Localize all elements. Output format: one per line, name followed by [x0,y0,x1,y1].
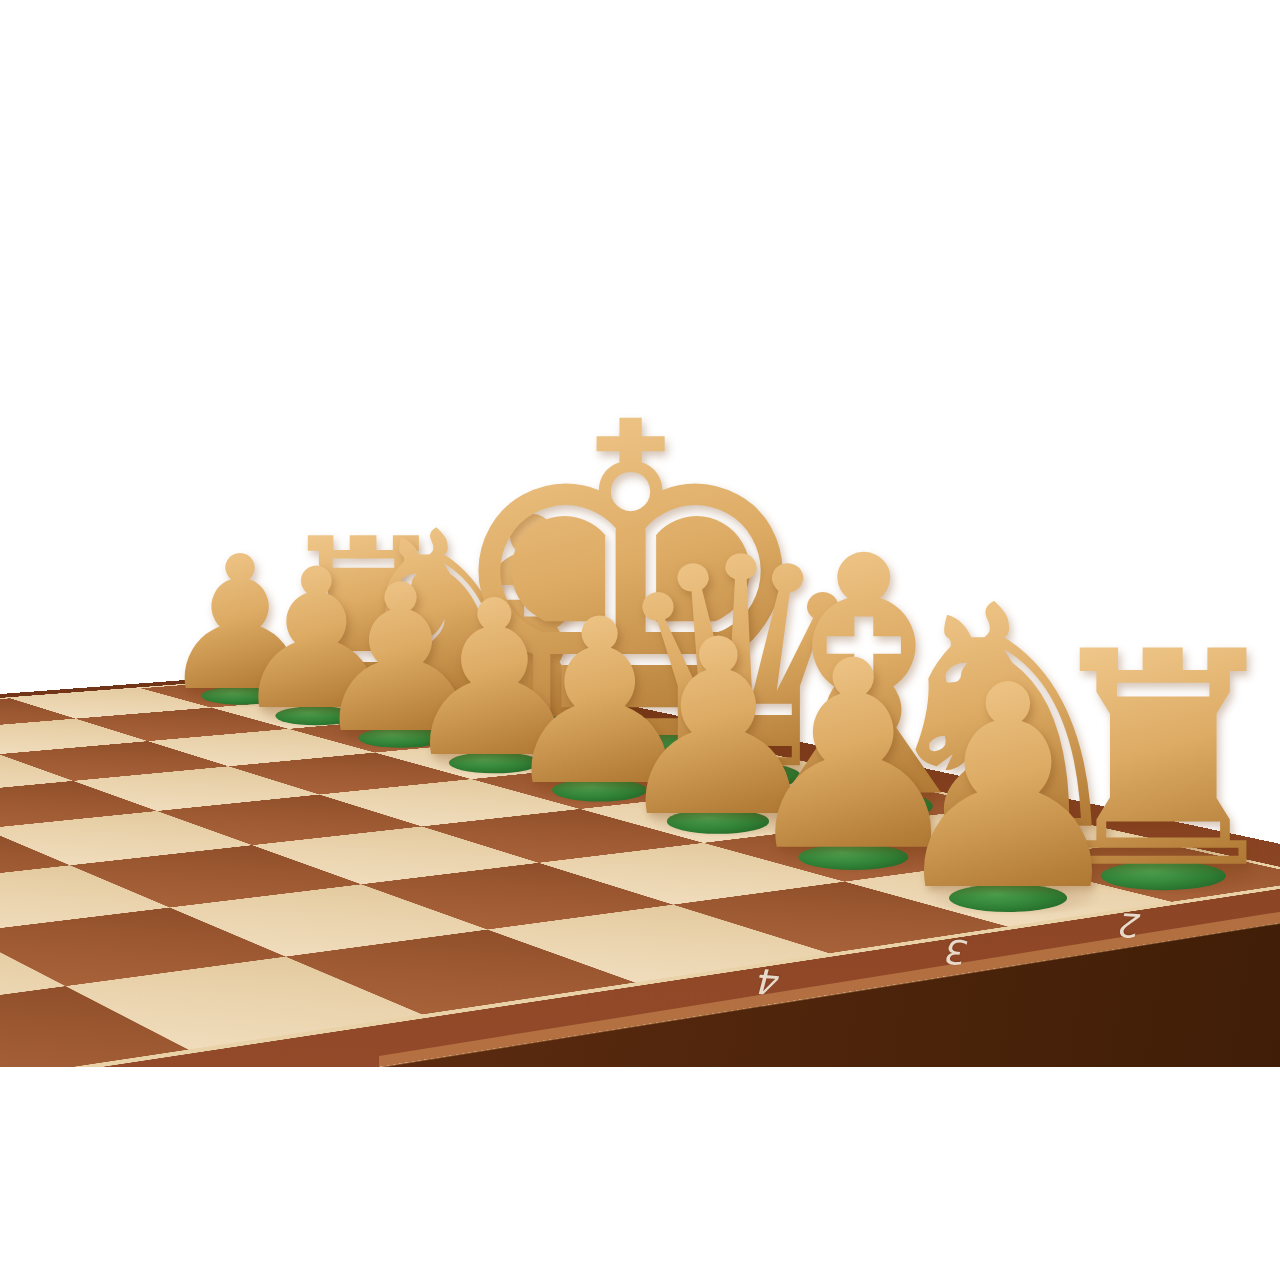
chess-scene: 432 ♜♟♞♟♝♟♚♟♛♟♝♟♞♟♜♟ [0,0,1280,1280]
pieces-layer: ♜♟♞♟♝♟♚♟♛♟♝♟♞♟♜♟ [0,0,1280,1280]
pawn-icon: ♟ [882,649,1134,930]
